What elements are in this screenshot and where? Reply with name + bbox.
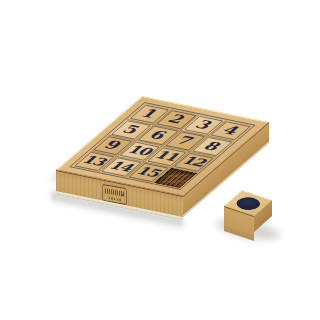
tile-number: 7 xyxy=(174,134,198,147)
tile-number: 5 xyxy=(120,123,144,136)
blue-dot-icon xyxy=(232,195,264,212)
tile-number: 9 xyxy=(101,139,125,152)
tile-number: 3 xyxy=(192,118,216,131)
product-photo-scene: 123456789101112131415 xyxy=(0,0,320,320)
tile-number: 4 xyxy=(219,124,243,137)
tile-number: 8 xyxy=(201,140,225,153)
tile-number: 2 xyxy=(165,113,189,126)
brand-stamp-icon xyxy=(102,184,127,205)
tile-number: 12 xyxy=(179,155,210,168)
tile-number: 6 xyxy=(147,129,171,142)
tile-number: 1 xyxy=(138,107,162,120)
